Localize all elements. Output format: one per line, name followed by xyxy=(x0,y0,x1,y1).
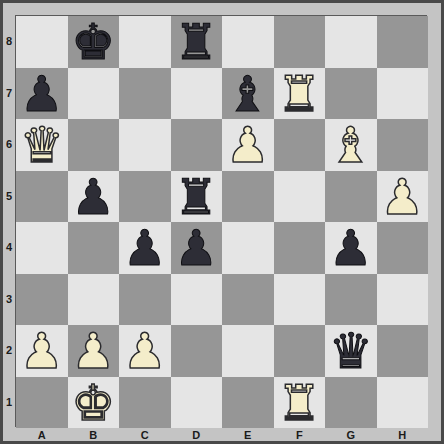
square-b5[interactable]: ♟ xyxy=(68,171,120,223)
rank-label-6: 6 xyxy=(3,119,15,171)
white-rook[interactable]: ♜ xyxy=(277,70,321,119)
square-b4[interactable] xyxy=(68,222,120,274)
square-g1[interactable] xyxy=(325,377,377,429)
white-bishop[interactable]: ♝ xyxy=(329,121,373,170)
square-a1[interactable] xyxy=(16,377,68,429)
square-c8[interactable] xyxy=(119,16,171,68)
file-labels: ABCDEFGH xyxy=(16,429,428,441)
rank-label-2: 2 xyxy=(3,325,15,377)
square-c2[interactable]: ♟ xyxy=(119,325,171,377)
square-b8[interactable]: ♚ xyxy=(68,16,120,68)
square-f6[interactable] xyxy=(274,119,326,171)
square-a8[interactable] xyxy=(16,16,68,68)
square-f5[interactable] xyxy=(274,171,326,223)
square-b3[interactable] xyxy=(68,274,120,326)
square-h1[interactable] xyxy=(377,377,429,429)
square-c4[interactable]: ♟ xyxy=(119,222,171,274)
rank-label-8: 8 xyxy=(3,16,15,68)
board-border: ♚♜♟♝♜♛♟♝♟♜♟♟♟♟♟♟♟♛♚♜ xyxy=(15,15,427,427)
square-a4[interactable] xyxy=(16,222,68,274)
black-pawn[interactable]: ♟ xyxy=(123,224,167,273)
white-king[interactable]: ♚ xyxy=(71,379,115,428)
black-king[interactable]: ♚ xyxy=(71,18,115,67)
file-label-f: F xyxy=(274,429,326,441)
square-e1[interactable] xyxy=(222,377,274,429)
square-c1[interactable] xyxy=(119,377,171,429)
rank-label-3: 3 xyxy=(3,274,15,326)
square-b2[interactable]: ♟ xyxy=(68,325,120,377)
file-label-c: C xyxy=(119,429,171,441)
square-c6[interactable] xyxy=(119,119,171,171)
square-a5[interactable] xyxy=(16,171,68,223)
square-c7[interactable] xyxy=(119,68,171,120)
square-d7[interactable] xyxy=(171,68,223,120)
square-a2[interactable]: ♟ xyxy=(16,325,68,377)
file-label-a: A xyxy=(16,429,68,441)
white-queen[interactable]: ♛ xyxy=(20,121,64,170)
square-e8[interactable] xyxy=(222,16,274,68)
file-label-d: D xyxy=(171,429,223,441)
file-label-b: B xyxy=(68,429,120,441)
white-pawn[interactable]: ♟ xyxy=(226,121,270,170)
square-f8[interactable] xyxy=(274,16,326,68)
square-b1[interactable]: ♚ xyxy=(68,377,120,429)
rank-label-4: 4 xyxy=(3,222,15,274)
rank-label-5: 5 xyxy=(3,171,15,223)
square-g7[interactable] xyxy=(325,68,377,120)
square-g5[interactable] xyxy=(325,171,377,223)
square-c3[interactable] xyxy=(119,274,171,326)
square-b7[interactable] xyxy=(68,68,120,120)
square-g8[interactable] xyxy=(325,16,377,68)
square-f7[interactable]: ♜ xyxy=(274,68,326,120)
square-a3[interactable] xyxy=(16,274,68,326)
square-d2[interactable] xyxy=(171,325,223,377)
square-h5[interactable]: ♟ xyxy=(377,171,429,223)
square-b6[interactable] xyxy=(68,119,120,171)
square-e6[interactable]: ♟ xyxy=(222,119,274,171)
rank-labels: 87654321 xyxy=(3,16,15,428)
board: ♚♜♟♝♜♛♟♝♟♜♟♟♟♟♟♟♟♛♚♜ xyxy=(16,16,428,428)
square-f2[interactable] xyxy=(274,325,326,377)
black-pawn[interactable]: ♟ xyxy=(174,224,218,273)
square-a6[interactable]: ♛ xyxy=(16,119,68,171)
square-g2[interactable]: ♛ xyxy=(325,325,377,377)
square-h3[interactable] xyxy=(377,274,429,326)
square-d3[interactable] xyxy=(171,274,223,326)
black-rook[interactable]: ♜ xyxy=(174,173,218,222)
square-f1[interactable]: ♜ xyxy=(274,377,326,429)
square-h4[interactable] xyxy=(377,222,429,274)
square-a7[interactable]: ♟ xyxy=(16,68,68,120)
square-f4[interactable] xyxy=(274,222,326,274)
file-label-h: H xyxy=(377,429,429,441)
square-h7[interactable] xyxy=(377,68,429,120)
square-e5[interactable] xyxy=(222,171,274,223)
square-g3[interactable] xyxy=(325,274,377,326)
square-e4[interactable] xyxy=(222,222,274,274)
white-rook[interactable]: ♜ xyxy=(277,379,321,428)
rank-label-7: 7 xyxy=(3,68,15,120)
square-h8[interactable] xyxy=(377,16,429,68)
square-h6[interactable] xyxy=(377,119,429,171)
black-pawn[interactable]: ♟ xyxy=(20,70,64,119)
black-pawn[interactable]: ♟ xyxy=(71,173,115,222)
black-queen[interactable]: ♛ xyxy=(329,327,373,376)
square-e2[interactable] xyxy=(222,325,274,377)
chess-board-diagram: 87654321 ♚♜♟♝♜♛♟♝♟♜♟♟♟♟♟♟♟♛♚♜ ABCDEFGH xyxy=(0,0,444,444)
white-pawn[interactable]: ♟ xyxy=(380,173,424,222)
square-h2[interactable] xyxy=(377,325,429,377)
square-c5[interactable] xyxy=(119,171,171,223)
square-g4[interactable]: ♟ xyxy=(325,222,377,274)
square-g6[interactable]: ♝ xyxy=(325,119,377,171)
square-d4[interactable]: ♟ xyxy=(171,222,223,274)
white-pawn[interactable]: ♟ xyxy=(20,327,64,376)
file-label-g: G xyxy=(325,429,377,441)
square-d5[interactable]: ♜ xyxy=(171,171,223,223)
black-pawn[interactable]: ♟ xyxy=(329,224,373,273)
square-d8[interactable]: ♜ xyxy=(171,16,223,68)
file-label-e: E xyxy=(222,429,274,441)
square-d1[interactable] xyxy=(171,377,223,429)
black-bishop[interactable]: ♝ xyxy=(226,70,270,119)
square-e3[interactable] xyxy=(222,274,274,326)
square-e7[interactable]: ♝ xyxy=(222,68,274,120)
black-rook[interactable]: ♜ xyxy=(174,18,218,67)
rank-label-1: 1 xyxy=(3,377,15,429)
white-pawn[interactable]: ♟ xyxy=(123,327,167,376)
square-f3[interactable] xyxy=(274,274,326,326)
white-pawn[interactable]: ♟ xyxy=(71,327,115,376)
square-d6[interactable] xyxy=(171,119,223,171)
